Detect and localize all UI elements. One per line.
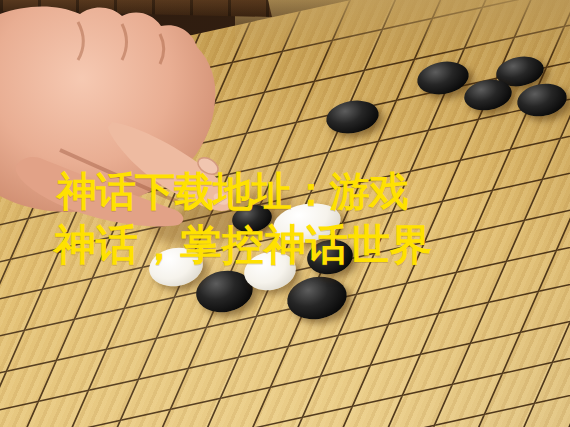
black-stone [324, 97, 382, 138]
black-stone [284, 272, 350, 324]
black-stone [415, 58, 472, 99]
caption-line-2: 神话，掌控神话世界 [54, 224, 432, 266]
scene: 神话下载地址：游戏 神话，掌控神话世界 [0, 0, 570, 427]
black-stone [515, 80, 570, 120]
caption-line-1: 神话下载地址：游戏 [57, 171, 408, 211]
